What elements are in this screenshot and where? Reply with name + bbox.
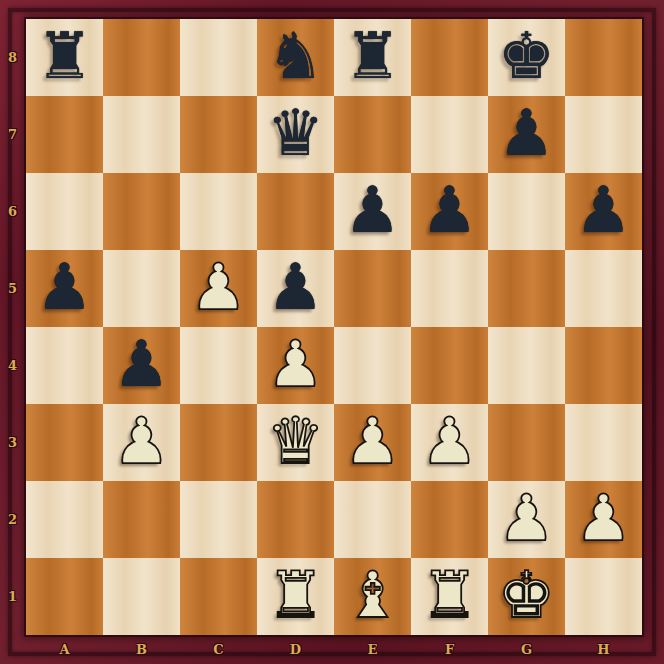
- rank-labels: 8 7 6 5 4 3 2 1: [0, 19, 25, 635]
- square-g6[interactable]: [488, 173, 565, 250]
- square-b2[interactable]: [103, 481, 180, 558]
- square-f8[interactable]: [411, 19, 488, 96]
- piece-black-pawn[interactable]: ♟: [411, 173, 488, 250]
- piece-white-pawn[interactable]: ♟: [334, 404, 411, 481]
- file-labels: A B C D E F G H: [26, 635, 642, 664]
- piece-white-rook[interactable]: ♜: [257, 558, 334, 635]
- square-f7[interactable]: [411, 96, 488, 173]
- square-c5[interactable]: ♟: [180, 250, 257, 327]
- rank-label-8: 8: [0, 19, 25, 96]
- square-d4[interactable]: ♟: [257, 327, 334, 404]
- square-h3[interactable]: [565, 404, 642, 481]
- piece-black-knight[interactable]: ♞: [257, 19, 334, 96]
- square-f3[interactable]: ♟: [411, 404, 488, 481]
- square-g1[interactable]: ♚: [488, 558, 565, 635]
- piece-black-rook[interactable]: ♜: [334, 19, 411, 96]
- rank-label-1: 1: [0, 558, 25, 635]
- square-a5[interactable]: ♟: [26, 250, 103, 327]
- square-b6[interactable]: [103, 173, 180, 250]
- piece-black-pawn[interactable]: ♟: [565, 173, 642, 250]
- square-h7[interactable]: [565, 96, 642, 173]
- square-c4[interactable]: [180, 327, 257, 404]
- square-f4[interactable]: [411, 327, 488, 404]
- rank-label-5: 5: [0, 250, 25, 327]
- square-d1[interactable]: ♜: [257, 558, 334, 635]
- square-a1[interactable]: [26, 558, 103, 635]
- piece-black-pawn[interactable]: ♟: [488, 96, 565, 173]
- square-h8[interactable]: [565, 19, 642, 96]
- file-label-a: A: [26, 635, 103, 664]
- square-b7[interactable]: [103, 96, 180, 173]
- square-f6[interactable]: ♟: [411, 173, 488, 250]
- rank-label-2: 2: [0, 481, 25, 558]
- square-c1[interactable]: [180, 558, 257, 635]
- square-g7[interactable]: ♟: [488, 96, 565, 173]
- piece-black-rook[interactable]: ♜: [26, 19, 103, 96]
- square-h2[interactable]: ♟: [565, 481, 642, 558]
- piece-black-queen[interactable]: ♛: [257, 96, 334, 173]
- square-d6[interactable]: [257, 173, 334, 250]
- square-g4[interactable]: [488, 327, 565, 404]
- square-b5[interactable]: [103, 250, 180, 327]
- piece-black-pawn[interactable]: ♟: [26, 250, 103, 327]
- square-b8[interactable]: [103, 19, 180, 96]
- square-c2[interactable]: [180, 481, 257, 558]
- square-a4[interactable]: [26, 327, 103, 404]
- square-b1[interactable]: [103, 558, 180, 635]
- rank-label-7: 7: [0, 96, 25, 173]
- square-e5[interactable]: [334, 250, 411, 327]
- piece-white-pawn[interactable]: ♟: [103, 404, 180, 481]
- square-g3[interactable]: [488, 404, 565, 481]
- piece-white-rook[interactable]: ♜: [411, 558, 488, 635]
- piece-black-king[interactable]: ♚: [488, 19, 565, 96]
- file-label-b: B: [103, 635, 180, 664]
- piece-white-bishop[interactable]: ♝: [334, 558, 411, 635]
- square-a8[interactable]: ♜: [26, 19, 103, 96]
- square-f2[interactable]: [411, 481, 488, 558]
- square-h4[interactable]: [565, 327, 642, 404]
- square-c6[interactable]: [180, 173, 257, 250]
- file-label-g: G: [488, 635, 565, 664]
- square-f1[interactable]: ♜: [411, 558, 488, 635]
- square-a6[interactable]: [26, 173, 103, 250]
- square-d8[interactable]: ♞: [257, 19, 334, 96]
- piece-white-pawn[interactable]: ♟: [565, 481, 642, 558]
- square-c7[interactable]: [180, 96, 257, 173]
- file-label-c: C: [180, 635, 257, 664]
- square-d7[interactable]: ♛: [257, 96, 334, 173]
- square-e3[interactable]: ♟: [334, 404, 411, 481]
- file-label-d: D: [257, 635, 334, 664]
- piece-white-pawn[interactable]: ♟: [180, 250, 257, 327]
- rank-label-4: 4: [0, 327, 25, 404]
- square-e2[interactable]: [334, 481, 411, 558]
- square-b4[interactable]: ♟: [103, 327, 180, 404]
- square-e1[interactable]: ♝: [334, 558, 411, 635]
- square-d3[interactable]: ♛: [257, 404, 334, 481]
- file-label-f: F: [411, 635, 488, 664]
- rank-label-6: 6: [0, 173, 25, 250]
- file-label-h: H: [565, 635, 642, 664]
- piece-black-pawn[interactable]: ♟: [334, 173, 411, 250]
- file-label-e: E: [334, 635, 411, 664]
- piece-white-king[interactable]: ♚: [488, 558, 565, 635]
- square-d2[interactable]: [257, 481, 334, 558]
- square-e4[interactable]: [334, 327, 411, 404]
- square-h5[interactable]: [565, 250, 642, 327]
- piece-white-pawn[interactable]: ♟: [257, 327, 334, 404]
- square-d5[interactable]: ♟: [257, 250, 334, 327]
- rank-label-3: 3: [0, 404, 25, 481]
- piece-white-queen[interactable]: ♛: [257, 404, 334, 481]
- square-e6[interactable]: ♟: [334, 173, 411, 250]
- square-b3[interactable]: ♟: [103, 404, 180, 481]
- square-c3[interactable]: [180, 404, 257, 481]
- piece-black-pawn[interactable]: ♟: [103, 327, 180, 404]
- square-f5[interactable]: [411, 250, 488, 327]
- piece-white-pawn[interactable]: ♟: [488, 481, 565, 558]
- piece-black-pawn[interactable]: ♟: [257, 250, 334, 327]
- square-c8[interactable]: [180, 19, 257, 96]
- square-a3[interactable]: [26, 404, 103, 481]
- square-h6[interactable]: ♟: [565, 173, 642, 250]
- chessboard-frame: ♜♞♜♚♛♟♟♟♟♟♟♟♟♟♟♛♟♟♟♟♜♝♜♚ 8 7 6 5 4 3 2 1…: [0, 0, 664, 664]
- chess-board: ♜♞♜♚♛♟♟♟♟♟♟♟♟♟♟♛♟♟♟♟♜♝♜♚: [26, 19, 642, 635]
- square-g8[interactable]: ♚: [488, 19, 565, 96]
- square-a2[interactable]: [26, 481, 103, 558]
- piece-white-pawn[interactable]: ♟: [411, 404, 488, 481]
- square-g5[interactable]: [488, 250, 565, 327]
- square-a7[interactable]: [26, 96, 103, 173]
- square-g2[interactable]: ♟: [488, 481, 565, 558]
- square-e7[interactable]: [334, 96, 411, 173]
- square-h1[interactable]: [565, 558, 642, 635]
- square-e8[interactable]: ♜: [334, 19, 411, 96]
